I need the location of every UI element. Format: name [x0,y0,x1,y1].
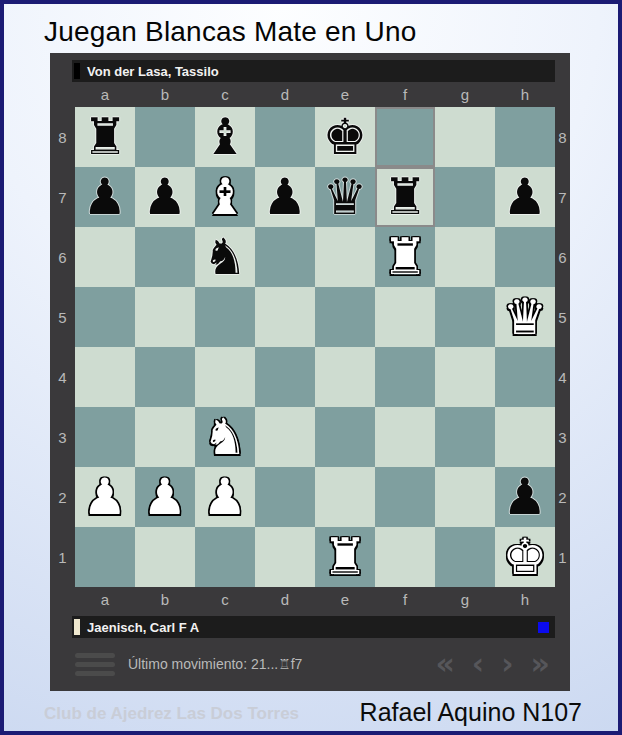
file-label-e: e [315,591,375,608]
square-e4[interactable] [315,347,375,407]
square-f7[interactable]: ♜ [375,167,435,227]
square-h1[interactable]: ♚ [495,527,555,587]
square-e3[interactable] [315,407,375,467]
rank-label-7: 7 [50,167,75,227]
board-row: 87654321 ♜♝♚♟♟♝♟♛♜♟♞♜♛♞♟♟♟♟♜♚ 87654321 [50,107,570,587]
file-labels-bottom: abcdefgh [50,587,570,612]
square-e1[interactable]: ♜ [315,527,375,587]
square-g8[interactable] [435,107,495,167]
square-g7[interactable] [435,167,495,227]
move-navigation: «‹›» [435,649,550,679]
white-knight-c3: ♞ [203,407,248,467]
square-f6[interactable]: ♜ [375,227,435,287]
file-label-e: e [315,86,375,103]
square-d1[interactable] [255,527,315,587]
menu-icon [75,671,115,676]
menu-icon [75,653,115,658]
file-label-d: d [255,86,315,103]
square-c7[interactable]: ♝ [195,167,255,227]
square-a8[interactable]: ♜ [75,107,135,167]
square-f1[interactable] [375,527,435,587]
black-king-e8: ♚ [323,107,368,167]
blue-status-square [538,622,549,633]
square-d6[interactable] [255,227,315,287]
black-pawn-b7: ♟ [143,167,188,227]
square-e6[interactable] [315,227,375,287]
square-b6[interactable] [135,227,195,287]
rank-label-1: 1 [555,527,570,587]
file-label-f: f [375,591,435,608]
rank-label-2: 2 [555,467,570,527]
square-b4[interactable] [135,347,195,407]
white-bishop-c7: ♝ [203,167,248,227]
rank-label-3: 3 [50,407,75,467]
square-h3[interactable] [495,407,555,467]
file-label-g: g [435,86,495,103]
square-a7[interactable]: ♟ [75,167,135,227]
file-label-b: b [135,591,195,608]
white-king-h1: ♚ [503,527,548,587]
nav-next-button[interactable]: › [501,649,513,679]
square-b7[interactable]: ♟ [135,167,195,227]
file-label-g: g [435,591,495,608]
square-a2[interactable]: ♟ [75,467,135,527]
page: Juegan Blancas Mate en Uno Von der Lasa,… [0,0,622,735]
black-pawn-h7: ♟ [503,167,548,227]
top-player-bar: Von der Lasa, Tassilo [72,60,555,82]
nav-prev-button[interactable]: ‹ [472,649,484,679]
square-b1[interactable] [135,527,195,587]
square-h4[interactable] [495,347,555,407]
nav-end-button[interactable]: » [531,649,550,679]
black-rook-f7: ♜ [383,167,428,227]
square-f8[interactable] [375,107,435,167]
file-label-a: a [75,591,135,608]
last-move-text: Último movimiento: 21...♖f7 [128,656,302,672]
black-queen-e7: ♛ [323,167,368,227]
white-pawn-c2: ♟ [203,467,248,527]
square-a5[interactable] [75,287,135,347]
square-g3[interactable] [435,407,495,467]
puzzle-title: Juegan Blancas Mate en Uno [44,16,417,48]
square-g1[interactable] [435,527,495,587]
file-label-c: c [195,591,255,608]
chess-board: ♜♝♚♟♟♝♟♛♜♟♞♜♛♞♟♟♟♟♜♚ [75,107,555,587]
file-label-d: d [255,591,315,608]
author-caption: Rafael Aquino N107 [360,698,582,727]
rank-label-2: 2 [50,467,75,527]
square-c5[interactable] [195,287,255,347]
square-b2[interactable]: ♟ [135,467,195,527]
rank-label-7: 7 [555,167,570,227]
square-h6[interactable] [495,227,555,287]
bottom-player-name: Jaenisch, Carl F A [80,620,199,635]
square-d7[interactable]: ♟ [255,167,315,227]
rank-label-6: 6 [555,227,570,287]
square-g6[interactable] [435,227,495,287]
white-rook-f6: ♜ [383,227,428,287]
file-label-h: h [495,86,555,103]
square-f4[interactable] [375,347,435,407]
square-a4[interactable] [75,347,135,407]
square-g4[interactable] [435,347,495,407]
rank-label-6: 6 [50,227,75,287]
viewer-controls: Último movimiento: 21...♖f7 «‹›» [50,638,570,690]
square-d8[interactable] [255,107,315,167]
black-pawn-d7: ♟ [263,167,308,227]
square-b5[interactable] [135,287,195,347]
white-pawn-b2: ♟ [143,467,188,527]
square-g5[interactable] [435,287,495,347]
square-d3[interactable] [255,407,315,467]
file-label-c: c [195,86,255,103]
black-knight-c6: ♞ [203,227,248,287]
square-h5[interactable]: ♛ [495,287,555,347]
bottom-player-bar: Jaenisch, Carl F A [72,616,555,638]
white-pawn-a2: ♟ [83,467,128,527]
nav-start-button[interactable]: « [435,649,454,679]
rank-label-4: 4 [555,347,570,407]
square-c2[interactable]: ♟ [195,467,255,527]
rank-label-5: 5 [555,287,570,347]
square-c1[interactable] [195,527,255,587]
rank-label-4: 4 [50,347,75,407]
square-b8[interactable] [135,107,195,167]
menu-icon [75,662,115,667]
rank-label-1: 1 [50,527,75,587]
square-a1[interactable] [75,527,135,587]
square-h7[interactable]: ♟ [495,167,555,227]
square-e8[interactable]: ♚ [315,107,375,167]
file-labels-top: abcdefgh [50,82,570,107]
square-f3[interactable] [375,407,435,467]
file-label-f: f [375,86,435,103]
square-d4[interactable] [255,347,315,407]
square-a6[interactable] [75,227,135,287]
black-pawn-a7: ♟ [83,167,128,227]
square-d2[interactable] [255,467,315,527]
square-e2[interactable] [315,467,375,527]
rank-label-8: 8 [50,107,75,167]
square-f2[interactable] [375,467,435,527]
rank-labels-right: 87654321 [555,107,570,587]
file-label-a: a [75,86,135,103]
black-rook-a8: ♜ [83,107,128,167]
rank-label-3: 3 [555,407,570,467]
black-pawn-h2: ♟ [503,467,548,527]
top-player-name: Von der Lasa, Tassilo [80,64,219,79]
menu-button[interactable] [75,653,115,676]
white-rook-e1: ♜ [323,527,368,587]
rank-label-5: 5 [50,287,75,347]
square-b3[interactable] [135,407,195,467]
square-c8[interactable]: ♝ [195,107,255,167]
square-e5[interactable] [315,287,375,347]
rank-labels-left: 87654321 [50,107,75,587]
white-queen-h5: ♛ [503,287,548,347]
square-g2[interactable] [435,467,495,527]
square-c6[interactable]: ♞ [195,227,255,287]
square-h8[interactable] [495,107,555,167]
file-label-h: h [495,591,555,608]
black-bishop-c8: ♝ [203,107,248,167]
square-f5[interactable] [375,287,435,347]
club-caption: Club de Ajedrez Las Dos Torres [44,704,299,724]
square-c3[interactable]: ♞ [195,407,255,467]
chess-viewer-panel: Von der Lasa, Tassilo abcdefgh 87654321 … [50,53,570,691]
square-c4[interactable] [195,347,255,407]
square-d5[interactable] [255,287,315,347]
file-label-b: b [135,86,195,103]
rank-label-8: 8 [555,107,570,167]
square-a3[interactable] [75,407,135,467]
square-h2[interactable]: ♟ [495,467,555,527]
square-e7[interactable]: ♛ [315,167,375,227]
